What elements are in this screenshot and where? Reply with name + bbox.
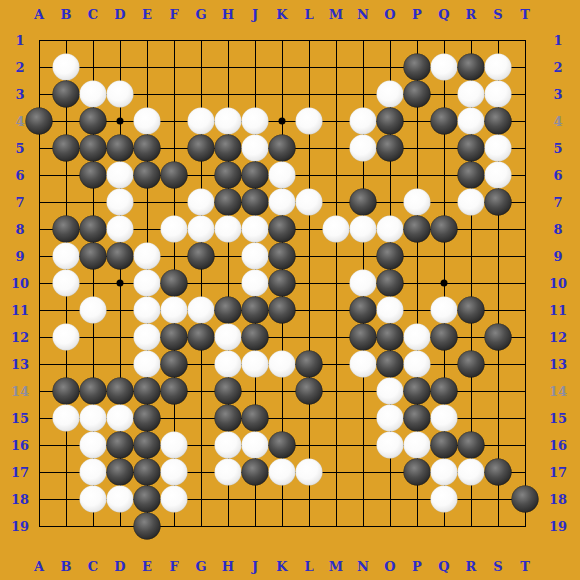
row-label-left-2: 2 [15,61,24,74]
white-stone-Q2[interactable]: ○ [431,54,458,81]
star-point-D4 [117,118,124,125]
row-label-left-1: 1 [15,34,24,47]
white-stone-C18[interactable]: ○ [80,486,107,513]
black-stone-Q12[interactable]: ● [431,324,458,351]
column-label-bottom-C: C [88,560,98,573]
white-stone-D15[interactable]: ○ [107,405,134,432]
white-stone-O3[interactable]: ○ [377,81,404,108]
black-stone-J12[interactable]: ● [242,324,269,351]
black-stone-J17[interactable]: ● [242,459,269,486]
black-stone-Q16[interactable]: ● [431,432,458,459]
black-stone-F14[interactable]: ● [161,378,188,405]
white-stone-N13[interactable]: ○ [350,351,377,378]
white-stone-Q18[interactable]: ○ [431,486,458,513]
black-stone-N7[interactable]: ● [350,189,377,216]
black-stone-R16[interactable]: ● [458,432,485,459]
black-stone-R6[interactable]: ● [458,162,485,189]
column-label-bottom-S: S [493,560,502,573]
black-stone-H14[interactable]: ● [215,378,242,405]
row-label-right-11: 11 [549,304,567,317]
column-label-bottom-T: T [520,560,530,573]
white-stone-D8[interactable]: ○ [107,216,134,243]
row-label-right-3: 3 [553,88,562,101]
white-stone-C17[interactable]: ○ [80,459,107,486]
white-stone-B10[interactable]: ○ [53,270,80,297]
white-stone-B12[interactable]: ○ [53,324,80,351]
black-stone-T18[interactable]: ● [512,486,539,513]
column-label-top-K: K [276,8,287,21]
black-stone-F12[interactable]: ● [161,324,188,351]
white-stone-C16[interactable]: ○ [80,432,107,459]
white-stone-K6[interactable]: ○ [269,162,296,189]
white-stone-Q15[interactable]: ○ [431,405,458,432]
black-stone-E17[interactable]: ● [134,459,161,486]
white-stone-B9[interactable]: ○ [53,243,80,270]
white-stone-G11[interactable]: ○ [188,297,215,324]
white-stone-J10[interactable]: ○ [242,270,269,297]
white-stone-H4[interactable]: ○ [215,108,242,135]
white-stone-D6[interactable]: ○ [107,162,134,189]
column-label-top-O: O [384,8,395,21]
white-stone-D7[interactable]: ○ [107,189,134,216]
white-stone-J5[interactable]: ○ [242,135,269,162]
row-label-left-5: 5 [15,142,24,155]
row-label-left-19: 19 [11,520,29,533]
black-stone-S17[interactable]: ● [485,459,512,486]
row-label-left-15: 15 [11,412,29,425]
black-stone-G12[interactable]: ● [188,324,215,351]
row-label-right-16: 16 [549,439,567,452]
white-stone-O14[interactable]: ○ [377,378,404,405]
go-board[interactable]: AABBCCDDEEFFGGHHJJKKLLMMNNOOPPQQRRSSTT11… [0,0,580,580]
black-stone-E14[interactable]: ● [134,378,161,405]
black-stone-A4[interactable]: ● [26,108,53,135]
column-label-top-G: G [195,8,206,21]
white-stone-L7[interactable]: ○ [296,189,323,216]
white-stone-L4[interactable]: ○ [296,108,323,135]
white-stone-J13[interactable]: ○ [242,351,269,378]
column-label-bottom-G: G [195,560,206,573]
row-label-right-5: 5 [553,142,562,155]
black-stone-L13[interactable]: ● [296,351,323,378]
black-stone-B3[interactable]: ● [53,81,80,108]
white-stone-E12[interactable]: ○ [134,324,161,351]
column-label-top-C: C [88,8,98,21]
column-label-bottom-P: P [412,560,422,573]
white-stone-O11[interactable]: ○ [377,297,404,324]
black-stone-O5[interactable]: ● [377,135,404,162]
black-stone-J11[interactable]: ● [242,297,269,324]
black-stone-O13[interactable]: ● [377,351,404,378]
black-stone-C4[interactable]: ● [80,108,107,135]
black-stone-D14[interactable]: ● [107,378,134,405]
white-stone-K17[interactable]: ○ [269,459,296,486]
row-label-left-9: 9 [15,250,24,263]
black-stone-E16[interactable]: ● [134,432,161,459]
black-stone-L14[interactable]: ● [296,378,323,405]
white-stone-C15[interactable]: ○ [80,405,107,432]
black-stone-O9[interactable]: ● [377,243,404,270]
row-label-left-18: 18 [11,493,29,506]
white-stone-O8[interactable]: ○ [377,216,404,243]
white-stone-N5[interactable]: ○ [350,135,377,162]
column-label-top-R: R [466,8,477,21]
white-stone-E11[interactable]: ○ [134,297,161,324]
white-stone-H16[interactable]: ○ [215,432,242,459]
row-label-right-17: 17 [549,466,567,479]
black-stone-B14[interactable]: ● [53,378,80,405]
column-label-top-S: S [493,8,502,21]
white-stone-F16[interactable]: ○ [161,432,188,459]
white-stone-N10[interactable]: ○ [350,270,377,297]
black-stone-H5[interactable]: ● [215,135,242,162]
white-stone-S5[interactable]: ○ [485,135,512,162]
black-stone-E5[interactable]: ● [134,135,161,162]
row-label-right-1: 1 [553,34,562,47]
black-stone-B5[interactable]: ● [53,135,80,162]
white-stone-H12[interactable]: ○ [215,324,242,351]
black-stone-J6[interactable]: ● [242,162,269,189]
white-stone-J8[interactable]: ○ [242,216,269,243]
black-stone-O10[interactable]: ● [377,270,404,297]
column-label-top-J: J [252,8,258,21]
black-stone-H6[interactable]: ● [215,162,242,189]
white-stone-C11[interactable]: ○ [80,297,107,324]
white-stone-F11[interactable]: ○ [161,297,188,324]
black-stone-C6[interactable]: ● [80,162,107,189]
row-label-right-10: 10 [549,277,567,290]
white-stone-E13[interactable]: ○ [134,351,161,378]
column-label-bottom-L: L [304,560,313,573]
white-stone-R3[interactable]: ○ [458,81,485,108]
column-label-bottom-H: H [222,560,234,573]
column-label-bottom-F: F [169,560,178,573]
white-stone-F17[interactable]: ○ [161,459,188,486]
row-label-left-4: 4 [15,115,24,128]
row-label-right-19: 19 [549,520,567,533]
row-label-left-6: 6 [15,169,24,182]
column-label-top-B: B [61,8,72,21]
white-stone-J4[interactable]: ○ [242,108,269,135]
black-stone-R11[interactable]: ● [458,297,485,324]
column-label-top-E: E [142,8,152,21]
column-label-top-D: D [114,8,125,21]
black-stone-K11[interactable]: ● [269,297,296,324]
column-label-bottom-E: E [142,560,152,573]
column-label-bottom-A: A [34,560,44,573]
black-stone-F10[interactable]: ● [161,270,188,297]
black-stone-D9[interactable]: ● [107,243,134,270]
star-point-D10 [117,280,124,287]
white-stone-O16[interactable]: ○ [377,432,404,459]
black-stone-C14[interactable]: ● [80,378,107,405]
white-stone-F8[interactable]: ○ [161,216,188,243]
white-stone-S3[interactable]: ○ [485,81,512,108]
black-stone-H15[interactable]: ● [215,405,242,432]
white-stone-D18[interactable]: ○ [107,486,134,513]
row-label-left-10: 10 [11,277,29,290]
row-label-right-18: 18 [549,493,567,506]
row-label-right-4: 4 [553,115,562,128]
black-stone-P3[interactable]: ● [404,81,431,108]
white-stone-G8[interactable]: ○ [188,216,215,243]
black-stone-R13[interactable]: ● [458,351,485,378]
row-label-left-17: 17 [11,466,29,479]
column-label-top-A: A [34,8,44,21]
white-stone-Q17[interactable]: ○ [431,459,458,486]
column-label-bottom-Q: Q [438,560,449,573]
row-label-right-12: 12 [549,331,567,344]
black-stone-E15[interactable]: ● [134,405,161,432]
white-stone-P16[interactable]: ○ [404,432,431,459]
column-label-top-T: T [520,8,530,21]
black-stone-K5[interactable]: ● [269,135,296,162]
black-stone-G9[interactable]: ● [188,243,215,270]
white-stone-O15[interactable]: ○ [377,405,404,432]
white-stone-L17[interactable]: ○ [296,459,323,486]
row-label-left-13: 13 [11,358,29,371]
black-stone-P2[interactable]: ● [404,54,431,81]
column-label-top-N: N [357,8,369,21]
white-stone-H8[interactable]: ○ [215,216,242,243]
white-stone-S6[interactable]: ○ [485,162,512,189]
column-label-bottom-J: J [252,560,258,573]
white-stone-R4[interactable]: ○ [458,108,485,135]
column-label-top-H: H [222,8,234,21]
black-stone-K10[interactable]: ● [269,270,296,297]
star-point-Q10 [441,280,448,287]
column-label-bottom-K: K [276,560,287,573]
black-stone-D17[interactable]: ● [107,459,134,486]
row-label-left-11: 11 [11,304,29,317]
row-label-left-8: 8 [15,223,24,236]
black-stone-B8[interactable]: ● [53,216,80,243]
black-stone-S4[interactable]: ● [485,108,512,135]
black-stone-R5[interactable]: ● [458,135,485,162]
white-stone-N8[interactable]: ○ [350,216,377,243]
black-stone-Q4[interactable]: ● [431,108,458,135]
black-stone-P8[interactable]: ● [404,216,431,243]
white-stone-K13[interactable]: ○ [269,351,296,378]
black-stone-Q14[interactable]: ● [431,378,458,405]
white-stone-B15[interactable]: ○ [53,405,80,432]
white-stone-Q11[interactable]: ○ [431,297,458,324]
black-stone-C9[interactable]: ● [80,243,107,270]
row-label-right-7: 7 [553,196,562,209]
row-label-left-12: 12 [11,331,29,344]
white-stone-E10[interactable]: ○ [134,270,161,297]
row-label-right-14: 14 [549,385,567,398]
white-stone-E9[interactable]: ○ [134,243,161,270]
white-stone-R7[interactable]: ○ [458,189,485,216]
white-stone-J16[interactable]: ○ [242,432,269,459]
white-stone-G7[interactable]: ○ [188,189,215,216]
white-stone-B2[interactable]: ○ [53,54,80,81]
row-label-left-3: 3 [15,88,24,101]
black-stone-S12[interactable]: ● [485,324,512,351]
black-stone-D16[interactable]: ● [107,432,134,459]
white-stone-M8[interactable]: ○ [323,216,350,243]
white-stone-P12[interactable]: ○ [404,324,431,351]
black-stone-E19[interactable]: ● [134,513,161,540]
black-stone-F13[interactable]: ● [161,351,188,378]
white-stone-P7[interactable]: ○ [404,189,431,216]
white-stone-J9[interactable]: ○ [242,243,269,270]
white-stone-G4[interactable]: ○ [188,108,215,135]
column-label-bottom-N: N [357,560,369,573]
column-label-bottom-M: M [329,560,343,573]
column-label-top-P: P [412,8,422,21]
black-stone-S7[interactable]: ● [485,189,512,216]
black-stone-H11[interactable]: ● [215,297,242,324]
black-stone-K9[interactable]: ● [269,243,296,270]
row-label-right-13: 13 [549,358,567,371]
white-stone-E4[interactable]: ○ [134,108,161,135]
black-stone-P15[interactable]: ● [404,405,431,432]
black-stone-F6[interactable]: ● [161,162,188,189]
row-label-right-8: 8 [553,223,562,236]
black-stone-P14[interactable]: ● [404,378,431,405]
white-stone-D3[interactable]: ○ [107,81,134,108]
black-stone-J7[interactable]: ● [242,189,269,216]
black-stone-E6[interactable]: ● [134,162,161,189]
black-stone-R2[interactable]: ● [458,54,485,81]
black-stone-O12[interactable]: ● [377,324,404,351]
column-label-bottom-O: O [384,560,395,573]
column-label-top-M: M [329,8,343,21]
row-label-left-7: 7 [15,196,24,209]
white-stone-K7[interactable]: ○ [269,189,296,216]
row-label-right-9: 9 [553,250,562,263]
black-stone-N11[interactable]: ● [350,297,377,324]
row-label-left-16: 16 [11,439,29,452]
white-stone-S2[interactable]: ○ [485,54,512,81]
black-stone-K8[interactable]: ● [269,216,296,243]
white-stone-F18[interactable]: ○ [161,486,188,513]
black-stone-D5[interactable]: ● [107,135,134,162]
white-stone-N4[interactable]: ○ [350,108,377,135]
white-stone-P13[interactable]: ○ [404,351,431,378]
black-stone-K16[interactable]: ● [269,432,296,459]
star-point-K4 [279,118,286,125]
white-stone-C3[interactable]: ○ [80,81,107,108]
white-stone-R17[interactable]: ○ [458,459,485,486]
row-label-left-14: 14 [11,385,29,398]
column-label-bottom-R: R [466,560,477,573]
black-stone-E18[interactable]: ● [134,486,161,513]
row-label-right-2: 2 [553,61,562,74]
column-label-top-Q: Q [438,8,449,21]
black-stone-C8[interactable]: ● [80,216,107,243]
white-stone-H17[interactable]: ○ [215,459,242,486]
row-label-right-6: 6 [553,169,562,182]
black-stone-H7[interactable]: ● [215,189,242,216]
white-stone-H13[interactable]: ○ [215,351,242,378]
row-label-right-15: 15 [549,412,567,425]
black-stone-Q8[interactable]: ● [431,216,458,243]
column-label-bottom-D: D [114,560,125,573]
black-stone-C5[interactable]: ● [80,135,107,162]
black-stone-G5[interactable]: ● [188,135,215,162]
black-stone-J15[interactable]: ● [242,405,269,432]
black-stone-P17[interactable]: ● [404,459,431,486]
column-label-bottom-B: B [61,560,72,573]
column-label-top-F: F [169,8,178,21]
column-label-top-L: L [304,8,313,21]
black-stone-O4[interactable]: ● [377,108,404,135]
black-stone-N12[interactable]: ● [350,324,377,351]
